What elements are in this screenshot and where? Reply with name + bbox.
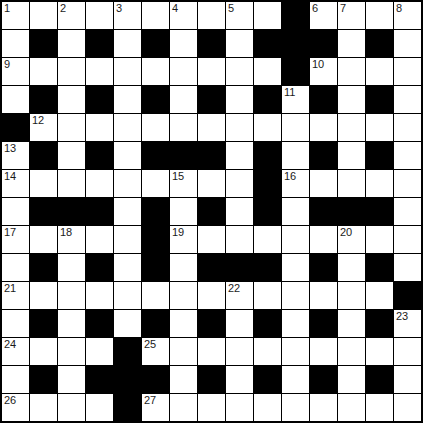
black-cell: [142, 254, 169, 281]
black-cell: [170, 142, 197, 169]
white-cell[interactable]: [86, 2, 113, 29]
white-cell[interactable]: [114, 198, 141, 225]
white-cell[interactable]: [394, 170, 421, 197]
white-cell[interactable]: [394, 254, 421, 281]
black-cell: [366, 86, 393, 113]
white-cell[interactable]: [338, 114, 365, 141]
white-cell[interactable]: [366, 226, 393, 253]
black-cell: [198, 366, 225, 393]
white-cell[interactable]: [30, 58, 57, 85]
white-cell[interactable]: [338, 366, 365, 393]
white-cell[interactable]: [338, 394, 365, 421]
white-cell[interactable]: [310, 394, 337, 421]
white-cell[interactable]: 24: [2, 338, 29, 365]
black-cell: [142, 198, 169, 225]
black-cell: [254, 254, 281, 281]
white-cell[interactable]: [170, 86, 197, 113]
white-cell[interactable]: [310, 226, 337, 253]
white-cell[interactable]: [366, 282, 393, 309]
black-cell: [226, 254, 253, 281]
white-cell[interactable]: [226, 86, 253, 113]
black-cell: [310, 198, 337, 225]
black-cell: [282, 58, 309, 85]
white-cell[interactable]: [282, 394, 309, 421]
white-cell[interactable]: 16: [282, 170, 309, 197]
clue-number: 20: [340, 226, 352, 239]
white-cell[interactable]: [86, 394, 113, 421]
clue-number: 15: [172, 170, 184, 183]
white-cell[interactable]: [226, 338, 253, 365]
black-cell: [86, 30, 113, 57]
black-cell: [142, 310, 169, 337]
clue-number: 26: [4, 394, 16, 407]
black-cell: [394, 282, 421, 309]
white-cell[interactable]: [254, 2, 281, 29]
white-cell[interactable]: [338, 282, 365, 309]
black-cell: [310, 86, 337, 113]
clue-number: 24: [4, 338, 16, 351]
white-cell[interactable]: [170, 58, 197, 85]
black-cell: [254, 86, 281, 113]
white-cell[interactable]: [2, 198, 29, 225]
white-cell[interactable]: [198, 170, 225, 197]
white-cell[interactable]: 22: [226, 282, 253, 309]
white-cell[interactable]: [226, 310, 253, 337]
white-cell[interactable]: [254, 226, 281, 253]
clue-number: 13: [4, 142, 16, 155]
black-cell: [310, 366, 337, 393]
white-cell[interactable]: [254, 282, 281, 309]
white-cell[interactable]: 7: [338, 2, 365, 29]
white-cell[interactable]: [142, 2, 169, 29]
white-cell[interactable]: [282, 366, 309, 393]
black-cell: [86, 142, 113, 169]
white-cell[interactable]: [338, 58, 365, 85]
white-cell[interactable]: [282, 198, 309, 225]
black-cell: [366, 366, 393, 393]
clue-number: 19: [172, 226, 184, 239]
white-cell[interactable]: [282, 254, 309, 281]
black-cell: [282, 30, 309, 57]
white-cell[interactable]: [2, 86, 29, 113]
white-cell[interactable]: [394, 58, 421, 85]
white-cell[interactable]: [86, 114, 113, 141]
black-cell: [142, 86, 169, 113]
white-cell[interactable]: [226, 198, 253, 225]
clue-number: 7: [340, 2, 346, 15]
white-cell[interactable]: [226, 142, 253, 169]
white-cell[interactable]: [30, 2, 57, 29]
white-cell[interactable]: [58, 338, 85, 365]
white-cell[interactable]: [338, 254, 365, 281]
black-cell: [142, 142, 169, 169]
white-cell[interactable]: [226, 170, 253, 197]
white-cell[interactable]: 13: [2, 142, 29, 169]
white-cell[interactable]: 4: [170, 2, 197, 29]
white-cell[interactable]: [86, 338, 113, 365]
black-cell: [198, 254, 225, 281]
white-cell[interactable]: [254, 394, 281, 421]
white-cell[interactable]: [198, 338, 225, 365]
black-cell: [366, 30, 393, 57]
black-cell: [86, 366, 113, 393]
black-cell: [2, 114, 29, 141]
clue-number: 25: [144, 338, 156, 351]
clue-number: 5: [228, 2, 234, 15]
white-cell[interactable]: [114, 170, 141, 197]
white-cell[interactable]: [226, 114, 253, 141]
white-cell[interactable]: [114, 226, 141, 253]
white-cell[interactable]: [170, 394, 197, 421]
black-cell: [254, 30, 281, 57]
white-cell[interactable]: [338, 170, 365, 197]
white-cell[interactable]: [394, 198, 421, 225]
white-cell[interactable]: 3: [114, 2, 141, 29]
white-cell[interactable]: 12: [30, 114, 57, 141]
white-cell[interactable]: [394, 394, 421, 421]
white-cell[interactable]: [142, 58, 169, 85]
white-cell[interactable]: [394, 142, 421, 169]
white-cell[interactable]: [58, 142, 85, 169]
white-cell[interactable]: [254, 114, 281, 141]
white-cell[interactable]: 6: [310, 2, 337, 29]
white-cell[interactable]: [30, 170, 57, 197]
clue-number: 8: [396, 2, 402, 15]
white-cell[interactable]: [170, 310, 197, 337]
black-cell: [198, 142, 225, 169]
white-cell[interactable]: [114, 142, 141, 169]
white-cell[interactable]: [170, 282, 197, 309]
clue-number: 4: [172, 2, 178, 15]
clue-number: 16: [284, 170, 296, 183]
white-cell[interactable]: 15: [170, 170, 197, 197]
white-cell[interactable]: [310, 338, 337, 365]
white-cell[interactable]: 21: [2, 282, 29, 309]
white-cell[interactable]: 23: [394, 310, 421, 337]
white-cell[interactable]: [114, 30, 141, 57]
white-cell[interactable]: 2: [58, 2, 85, 29]
white-cell[interactable]: [394, 114, 421, 141]
white-cell[interactable]: [282, 338, 309, 365]
black-cell: [30, 142, 57, 169]
white-cell[interactable]: 14: [2, 170, 29, 197]
white-cell[interactable]: [86, 282, 113, 309]
black-cell: [310, 30, 337, 57]
white-cell[interactable]: [86, 170, 113, 197]
white-cell[interactable]: [170, 366, 197, 393]
white-cell[interactable]: [254, 58, 281, 85]
white-cell[interactable]: [58, 86, 85, 113]
black-cell: [30, 198, 57, 225]
white-cell[interactable]: [282, 282, 309, 309]
white-cell[interactable]: [58, 170, 85, 197]
black-cell: [310, 142, 337, 169]
black-cell: [142, 30, 169, 57]
black-cell: [114, 394, 141, 421]
clue-number: 18: [60, 226, 72, 239]
black-cell: [142, 226, 169, 253]
white-cell[interactable]: [198, 282, 225, 309]
clue-number: 21: [4, 282, 16, 295]
white-cell[interactable]: [30, 282, 57, 309]
white-cell[interactable]: [58, 394, 85, 421]
black-cell: [198, 310, 225, 337]
white-cell[interactable]: [338, 86, 365, 113]
white-cell[interactable]: [114, 86, 141, 113]
white-cell[interactable]: [310, 170, 337, 197]
white-cell[interactable]: [142, 114, 169, 141]
white-cell[interactable]: [114, 58, 141, 85]
white-cell[interactable]: [170, 198, 197, 225]
black-cell: [254, 142, 281, 169]
white-cell[interactable]: 5: [226, 2, 253, 29]
white-cell[interactable]: [282, 226, 309, 253]
white-cell[interactable]: [142, 282, 169, 309]
black-cell: [30, 254, 57, 281]
white-cell[interactable]: [338, 310, 365, 337]
white-cell[interactable]: [58, 282, 85, 309]
black-cell: [86, 254, 113, 281]
white-cell[interactable]: [366, 394, 393, 421]
clue-number: 17: [4, 226, 16, 239]
black-cell: [338, 198, 365, 225]
white-cell[interactable]: [58, 114, 85, 141]
white-cell[interactable]: [394, 366, 421, 393]
black-cell: [30, 366, 57, 393]
black-cell: [114, 366, 141, 393]
black-cell: [254, 170, 281, 197]
white-cell[interactable]: 27: [142, 394, 169, 421]
black-cell: [198, 86, 225, 113]
white-cell[interactable]: [254, 338, 281, 365]
white-cell[interactable]: [338, 142, 365, 169]
white-cell[interactable]: [170, 338, 197, 365]
black-cell: [30, 310, 57, 337]
white-cell[interactable]: [226, 394, 253, 421]
black-cell: [114, 338, 141, 365]
black-cell: [254, 310, 281, 337]
white-cell[interactable]: [366, 58, 393, 85]
white-cell[interactable]: [114, 254, 141, 281]
clue-number: 23: [396, 310, 408, 323]
black-cell: [254, 198, 281, 225]
white-cell[interactable]: [394, 30, 421, 57]
white-cell[interactable]: [338, 30, 365, 57]
white-cell[interactable]: [2, 310, 29, 337]
white-cell[interactable]: [30, 226, 57, 253]
white-cell[interactable]: [338, 338, 365, 365]
white-cell[interactable]: [170, 114, 197, 141]
white-cell[interactable]: [58, 30, 85, 57]
black-cell: [366, 310, 393, 337]
white-cell[interactable]: 9: [2, 58, 29, 85]
white-cell[interactable]: [198, 394, 225, 421]
clue-number: 6: [312, 2, 318, 15]
black-cell: [86, 198, 113, 225]
black-cell: [86, 310, 113, 337]
white-cell[interactable]: [170, 254, 197, 281]
white-cell[interactable]: [310, 282, 337, 309]
white-cell[interactable]: 1: [2, 2, 29, 29]
white-cell[interactable]: 8: [394, 2, 421, 29]
black-cell: [198, 198, 225, 225]
white-cell[interactable]: 19: [170, 226, 197, 253]
white-cell[interactable]: [58, 254, 85, 281]
black-cell: [30, 86, 57, 113]
white-cell[interactable]: [58, 58, 85, 85]
white-cell[interactable]: [114, 282, 141, 309]
white-cell[interactable]: [170, 30, 197, 57]
clue-number: 14: [4, 170, 16, 183]
black-cell: [58, 198, 85, 225]
white-cell[interactable]: [394, 338, 421, 365]
white-cell[interactable]: 11: [282, 86, 309, 113]
clue-number: 10: [312, 58, 324, 71]
white-cell[interactable]: 17: [2, 226, 29, 253]
black-cell: [142, 366, 169, 393]
white-cell[interactable]: [86, 226, 113, 253]
white-cell[interactable]: [366, 114, 393, 141]
clue-number: 11: [284, 86, 295, 99]
white-cell[interactable]: [226, 58, 253, 85]
white-cell[interactable]: [366, 170, 393, 197]
white-cell[interactable]: [198, 226, 225, 253]
white-cell[interactable]: [226, 366, 253, 393]
white-cell[interactable]: [30, 338, 57, 365]
white-cell[interactable]: [198, 2, 225, 29]
white-cell[interactable]: [2, 254, 29, 281]
clue-number: 12: [32, 114, 44, 127]
white-cell[interactable]: 26: [2, 394, 29, 421]
white-cell[interactable]: [226, 30, 253, 57]
black-cell: [198, 30, 225, 57]
black-cell: [366, 254, 393, 281]
white-cell[interactable]: 20: [338, 226, 365, 253]
clue-number: 1: [4, 2, 10, 15]
white-cell[interactable]: [366, 338, 393, 365]
white-cell[interactable]: [310, 114, 337, 141]
white-cell[interactable]: [2, 30, 29, 57]
white-cell[interactable]: [366, 2, 393, 29]
black-cell: [366, 198, 393, 225]
black-cell: [282, 2, 309, 29]
black-cell: [310, 254, 337, 281]
black-cell: [254, 366, 281, 393]
white-cell[interactable]: [282, 310, 309, 337]
white-cell[interactable]: 10: [310, 58, 337, 85]
white-cell[interactable]: [226, 226, 253, 253]
white-cell[interactable]: 18: [58, 226, 85, 253]
black-cell: [30, 30, 57, 57]
white-cell[interactable]: [86, 58, 113, 85]
white-cell[interactable]: [58, 366, 85, 393]
clue-number: 22: [228, 282, 240, 295]
white-cell[interactable]: [394, 86, 421, 113]
crossword-grid: 1234567891011121314151617181920212223242…: [0, 0, 423, 423]
white-cell[interactable]: [114, 310, 141, 337]
white-cell[interactable]: [394, 226, 421, 253]
black-cell: [86, 86, 113, 113]
white-cell[interactable]: 25: [142, 338, 169, 365]
clue-number: 27: [144, 394, 156, 407]
clue-number: 2: [60, 2, 66, 15]
white-cell[interactable]: [198, 114, 225, 141]
white-cell[interactable]: [114, 114, 141, 141]
white-cell[interactable]: [282, 142, 309, 169]
black-cell: [366, 142, 393, 169]
white-cell[interactable]: [198, 58, 225, 85]
black-cell: [310, 310, 337, 337]
white-cell[interactable]: [58, 310, 85, 337]
white-cell[interactable]: [2, 366, 29, 393]
clue-number: 9: [4, 58, 10, 71]
white-cell[interactable]: [282, 114, 309, 141]
clue-number: 3: [116, 2, 122, 15]
white-cell[interactable]: [30, 394, 57, 421]
white-cell[interactable]: [142, 170, 169, 197]
